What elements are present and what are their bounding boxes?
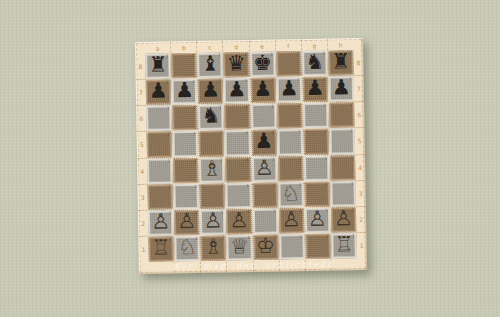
square-g7[interactable]: 1♟ (302, 77, 328, 103)
stamp-denomination-mark: 1 (298, 157, 300, 161)
stamp-denomination-mark: 1 (271, 105, 273, 109)
white-bishop: ♗ (202, 158, 221, 179)
black-rook: ♜ (148, 55, 167, 76)
rank-label-3: 3 (137, 183, 147, 209)
stamp-denomination-mark: 1 (246, 131, 248, 135)
square-b3[interactable]: 1 (174, 184, 200, 210)
square-f7[interactable]: 1♟ (276, 77, 302, 103)
square-d3[interactable]: 1 (226, 183, 252, 209)
rank-label-6: 6 (136, 105, 146, 131)
stamp-denomination-mark: 1 (168, 159, 170, 163)
square-b8[interactable]: 1 (171, 53, 197, 79)
square-h1[interactable]: 1♖ (331, 233, 357, 259)
stamp-denomination-mark: 1 (273, 183, 275, 187)
square-g8[interactable]: 1♞ (302, 51, 328, 77)
rank-label-7: 7 (354, 75, 364, 101)
stamp-denomination-mark: 1 (298, 131, 300, 135)
square-c1[interactable]: 1♗ (201, 235, 227, 261)
stamp-denomination-mark: 1 (194, 185, 196, 189)
white-bishop: ♗ (204, 236, 223, 257)
square-a7[interactable]: 1♟ (146, 80, 172, 106)
white-pawn: ♙ (308, 209, 327, 230)
square-a3[interactable]: 1 (147, 184, 173, 210)
black-king: ♚ (253, 53, 272, 74)
black-pawn: ♟ (254, 131, 273, 152)
black-pawn: ♟ (175, 80, 194, 101)
square-a4[interactable]: 1 (147, 158, 173, 184)
square-b6[interactable]: 1 (172, 105, 198, 131)
square-b2[interactable]: 1♙ (174, 210, 200, 236)
stamp-denomination-mark: 1 (220, 184, 222, 188)
stamp-denomination-mark: 1 (324, 104, 326, 108)
square-f3[interactable]: 1♘ (278, 182, 304, 208)
stamp-denomination-mark: 1 (247, 184, 249, 188)
white-king: ♔ (256, 236, 275, 257)
rank-label-4: 4 (355, 154, 365, 180)
stamp-denomination-mark: 1 (297, 104, 299, 108)
rank-label-3: 3 (355, 180, 365, 206)
square-b1[interactable]: 1♘ (175, 236, 201, 262)
square-c6[interactable]: 1♞ (198, 105, 224, 131)
square-g4[interactable]: 1 (304, 155, 330, 181)
stamp-denomination-mark: 1 (300, 235, 302, 239)
white-pawn: ♙ (255, 157, 274, 178)
black-bishop: ♝ (201, 54, 220, 75)
square-f8[interactable]: 1 (276, 51, 302, 77)
square-f2[interactable]: 1♙ (279, 208, 305, 234)
square-e8[interactable]: 1♚ (250, 52, 276, 78)
square-e7[interactable]: 1♟ (250, 78, 276, 104)
stamp-denomination-mark: 1 (192, 54, 194, 58)
stamp-denomination-mark: 1 (324, 130, 326, 134)
stamp-denomination-mark: 1 (326, 235, 328, 239)
square-d5[interactable]: 1 (225, 130, 251, 156)
stamp-denomination-mark: 1 (193, 132, 195, 136)
rank-label-1: 1 (356, 232, 366, 258)
stamp-denomination-mark: 1 (297, 52, 299, 56)
square-h8[interactable]: 1♜ (328, 50, 354, 76)
square-g2[interactable]: 1♙ (305, 207, 331, 233)
square-e6[interactable]: 1 (251, 104, 277, 130)
stamp-denomination-mark: 1 (220, 132, 222, 136)
square-f5[interactable]: 1 (277, 129, 303, 155)
white-pawn: ♙ (334, 208, 353, 229)
file-label-f: f (275, 39, 301, 51)
black-rook: ♜ (331, 51, 350, 72)
white-pawn: ♙ (177, 211, 196, 232)
black-queen: ♛ (227, 53, 246, 74)
square-h2[interactable]: 1♙ (331, 207, 357, 233)
white-pawn: ♙ (203, 210, 222, 231)
file-label-b: b (170, 41, 196, 53)
white-rook: ♖ (334, 234, 353, 255)
stamp-denomination-mark: 1 (351, 182, 353, 186)
square-h5[interactable]: 1 (329, 129, 355, 155)
black-knight: ♞ (202, 106, 221, 127)
square-c5[interactable]: 1 (199, 131, 225, 157)
square-d7[interactable]: 1♟ (224, 78, 250, 104)
rank-label-8: 8 (353, 50, 363, 75)
stamp-denomination-mark: 1 (245, 105, 247, 109)
square-g1[interactable]: 1 (305, 234, 331, 260)
square-c2[interactable]: 1♙ (200, 209, 226, 235)
square-g5[interactable]: 1 (303, 129, 329, 155)
square-d8[interactable]: 1♛ (224, 52, 250, 78)
square-b7[interactable]: 1♟ (172, 79, 198, 105)
rank-label-7: 7 (136, 79, 146, 105)
square-a6[interactable]: 1 (146, 106, 172, 132)
square-h4[interactable]: 1 (330, 155, 356, 181)
white-rook: ♖ (152, 237, 171, 258)
rank-label-6: 6 (354, 101, 364, 127)
square-e5[interactable]: 1♟ (251, 130, 277, 156)
stamp-denomination-mark: 1 (325, 182, 327, 186)
rank-label-5: 5 (137, 131, 147, 157)
square-e1[interactable]: 1♔ (253, 234, 279, 260)
black-knight: ♞ (305, 52, 324, 73)
white-queen: ♕ (230, 236, 249, 257)
board-grid: 1♜11♝1♛1♚11♞1♜1♟1♟1♟1♟1♟1♟1♟1♟111♞111111… (145, 50, 357, 262)
square-h6[interactable]: 1 (329, 102, 355, 128)
square-a2[interactable]: 1♙ (148, 210, 174, 236)
stamp-denomination-mark: 1 (168, 185, 170, 189)
black-pawn: ♟ (201, 80, 220, 101)
square-d1[interactable]: 1♕ (227, 235, 253, 261)
black-pawn: ♟ (253, 79, 272, 100)
square-e2[interactable]: 1 (252, 208, 278, 234)
rank-label-5: 5 (355, 127, 365, 153)
stamp-denomination-mark: 1 (273, 209, 275, 213)
square-a8[interactable]: 1♜ (145, 53, 171, 79)
stamp-denomination-mark: 1 (167, 107, 169, 111)
square-f6[interactable]: 1 (277, 103, 303, 129)
stamp-denomination-mark: 1 (246, 158, 248, 162)
stamp-denomination-mark: 1 (167, 133, 169, 137)
square-c7[interactable]: 1♟ (198, 79, 224, 105)
rank-label-8: 8 (135, 54, 145, 79)
board-frame: abcdefgh 87654321 87654321 1♜11♝1♛1♚11♞1… (135, 38, 367, 274)
square-g3[interactable]: 1 (304, 181, 330, 207)
chessboard: abcdefgh 87654321 87654321 1♜11♝1♛1♚11♞1… (135, 38, 367, 274)
stamp-denomination-mark: 1 (350, 103, 352, 107)
square-d2[interactable]: 1♙ (226, 209, 252, 235)
square-a5[interactable]: 1 (147, 132, 173, 158)
square-e4[interactable]: 1♙ (252, 156, 278, 182)
white-pawn: ♙ (229, 210, 248, 231)
square-h3[interactable]: 1 (330, 181, 356, 207)
stamp-denomination-mark: 1 (350, 130, 352, 134)
square-a1[interactable]: 1♖ (148, 236, 174, 262)
square-b5[interactable]: 1 (173, 131, 199, 157)
square-c8[interactable]: 1♝ (197, 52, 223, 78)
black-pawn: ♟ (279, 78, 298, 99)
rank-label-2: 2 (138, 210, 148, 236)
square-f1[interactable]: 1 (279, 234, 305, 260)
black-pawn: ♟ (306, 78, 325, 99)
rank-label-1: 1 (138, 236, 148, 262)
square-h7[interactable]: 1♟ (329, 76, 355, 102)
black-pawn: ♟ (149, 81, 168, 102)
white-knight: ♘ (178, 237, 197, 258)
square-d4[interactable]: 1 (225, 157, 251, 183)
square-f4[interactable]: 1 (278, 156, 304, 182)
stamp-denomination-mark: 1 (351, 156, 353, 160)
square-g6[interactable]: 1 (303, 103, 329, 129)
rank-label-2: 2 (356, 206, 366, 232)
square-d6[interactable]: 1 (224, 104, 250, 130)
stamp-denomination-mark: 1 (193, 106, 195, 110)
stamp-denomination-mark: 1 (194, 158, 196, 162)
white-knight: ♘ (281, 183, 300, 204)
black-pawn: ♟ (332, 77, 351, 98)
stamp-denomination-mark: 1 (324, 156, 326, 160)
white-pawn: ♙ (151, 211, 170, 232)
square-e3[interactable]: 1 (252, 182, 278, 208)
white-pawn: ♙ (282, 209, 301, 230)
square-c4[interactable]: 1♗ (199, 157, 225, 183)
rank-label-4: 4 (137, 157, 147, 183)
square-c3[interactable]: 1 (200, 183, 226, 209)
square-b4[interactable]: 1 (173, 157, 199, 183)
black-pawn: ♟ (227, 79, 246, 100)
